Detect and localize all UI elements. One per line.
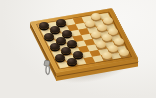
dark-piece [73, 51, 83, 58]
light-piece [96, 41, 106, 48]
light-piece [91, 31, 101, 38]
light-piece [85, 20, 95, 27]
dark-piece [39, 22, 49, 29]
dark-piece [56, 19, 66, 26]
light-piece [102, 34, 112, 41]
light-piece [103, 17, 113, 24]
light-piece [91, 13, 101, 20]
dark-piece [50, 26, 60, 33]
dark-piece [55, 54, 65, 61]
light-piece [119, 49, 129, 56]
product-photo [0, 0, 156, 98]
pieces-layer [0, 0, 156, 98]
dark-piece [61, 47, 71, 54]
light-piece [102, 52, 112, 59]
light-piece [108, 45, 118, 52]
dark-piece [67, 58, 77, 65]
light-piece [97, 24, 107, 31]
dark-piece [67, 40, 77, 47]
dark-piece [62, 30, 72, 37]
dark-piece [50, 43, 60, 50]
dark-piece [44, 33, 54, 40]
